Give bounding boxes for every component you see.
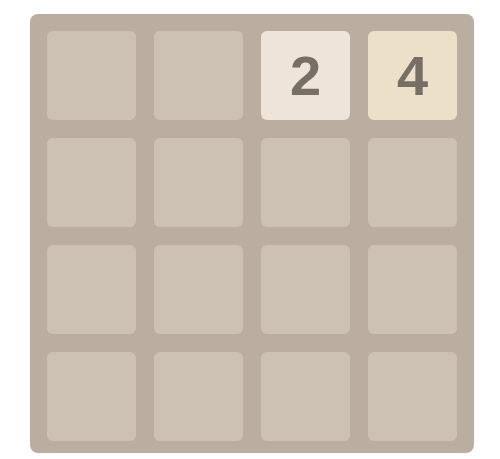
board-cell (261, 352, 350, 441)
board-cell (261, 245, 350, 334)
board-cell (47, 31, 136, 120)
board-cell (47, 245, 136, 334)
board-cell (154, 31, 243, 120)
board-cell (368, 352, 457, 441)
board-cell (47, 138, 136, 227)
game-board[interactable]: 2 4 (30, 14, 474, 453)
page: { "game": "2048", "position": { "grid": … (0, 0, 500, 459)
board-cell (47, 352, 136, 441)
board-cell: 2 (261, 31, 350, 120)
board-cell (368, 138, 457, 227)
board-cell: 4 (368, 31, 457, 120)
board-cell (154, 245, 243, 334)
board-cell (154, 138, 243, 227)
board-cell (154, 352, 243, 441)
board-cell (261, 138, 350, 227)
board-cell (368, 245, 457, 334)
